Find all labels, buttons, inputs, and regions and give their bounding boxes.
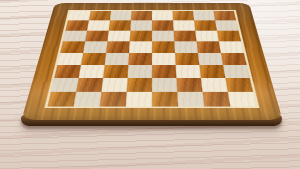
square-b7[interactable] bbox=[87, 20, 110, 30]
square-e5[interactable] bbox=[152, 41, 175, 52]
square-h2[interactable] bbox=[225, 78, 253, 92]
square-g7[interactable] bbox=[194, 20, 217, 30]
square-b4[interactable] bbox=[81, 53, 106, 65]
square-h1[interactable] bbox=[228, 92, 257, 107]
square-h4[interactable] bbox=[221, 53, 247, 65]
square-a6[interactable] bbox=[63, 31, 87, 42]
square-e3[interactable] bbox=[152, 65, 176, 78]
square-h6[interactable] bbox=[217, 31, 241, 42]
square-e8[interactable] bbox=[152, 11, 173, 21]
square-c8[interactable] bbox=[110, 11, 132, 21]
square-e1[interactable] bbox=[152, 92, 178, 107]
square-f8[interactable] bbox=[172, 11, 194, 21]
square-a7[interactable] bbox=[65, 20, 88, 30]
square-g4[interactable] bbox=[198, 53, 223, 65]
chess-board bbox=[21, 3, 282, 120]
square-g1[interactable] bbox=[203, 92, 231, 107]
square-b2[interactable] bbox=[76, 78, 103, 92]
square-d8[interactable] bbox=[131, 11, 152, 21]
square-d3[interactable] bbox=[128, 65, 152, 78]
square-d2[interactable] bbox=[127, 78, 152, 92]
board-grid bbox=[44, 10, 259, 108]
square-a1[interactable] bbox=[47, 92, 76, 107]
square-c6[interactable] bbox=[107, 31, 130, 42]
square-a8[interactable] bbox=[68, 11, 91, 21]
square-c5[interactable] bbox=[106, 41, 130, 52]
square-f2[interactable] bbox=[176, 78, 202, 92]
square-e6[interactable] bbox=[152, 31, 174, 42]
square-b5[interactable] bbox=[83, 41, 107, 52]
square-h5[interactable] bbox=[219, 41, 244, 52]
square-d1[interactable] bbox=[126, 92, 152, 107]
square-a3[interactable] bbox=[54, 65, 81, 78]
square-c2[interactable] bbox=[101, 78, 127, 92]
square-c4[interactable] bbox=[105, 53, 129, 65]
square-d6[interactable] bbox=[130, 31, 152, 42]
square-f3[interactable] bbox=[176, 65, 201, 78]
square-a2[interactable] bbox=[51, 78, 79, 92]
square-h8[interactable] bbox=[213, 11, 236, 21]
square-a5[interactable] bbox=[60, 41, 85, 52]
square-g2[interactable] bbox=[201, 78, 228, 92]
square-c7[interactable] bbox=[109, 20, 131, 30]
square-c3[interactable] bbox=[103, 65, 128, 78]
table-surface bbox=[0, 0, 300, 169]
square-d4[interactable] bbox=[128, 53, 152, 65]
square-g8[interactable] bbox=[193, 11, 215, 21]
square-f1[interactable] bbox=[177, 92, 204, 107]
square-e2[interactable] bbox=[152, 78, 177, 92]
square-g3[interactable] bbox=[199, 65, 225, 78]
square-e7[interactable] bbox=[152, 20, 174, 30]
square-f6[interactable] bbox=[174, 31, 197, 42]
square-c1[interactable] bbox=[100, 92, 127, 107]
square-h3[interactable] bbox=[223, 65, 250, 78]
square-g6[interactable] bbox=[195, 31, 219, 42]
square-b3[interactable] bbox=[79, 65, 105, 78]
square-b6[interactable] bbox=[85, 31, 109, 42]
square-h7[interactable] bbox=[215, 20, 238, 30]
square-g5[interactable] bbox=[197, 41, 221, 52]
square-d7[interactable] bbox=[130, 20, 152, 30]
square-e4[interactable] bbox=[152, 53, 176, 65]
square-a4[interactable] bbox=[57, 53, 83, 65]
square-f5[interactable] bbox=[174, 41, 198, 52]
square-b8[interactable] bbox=[89, 11, 111, 21]
square-b1[interactable] bbox=[74, 92, 102, 107]
square-f4[interactable] bbox=[175, 53, 199, 65]
square-f7[interactable] bbox=[173, 20, 195, 30]
square-d5[interactable] bbox=[129, 41, 152, 52]
